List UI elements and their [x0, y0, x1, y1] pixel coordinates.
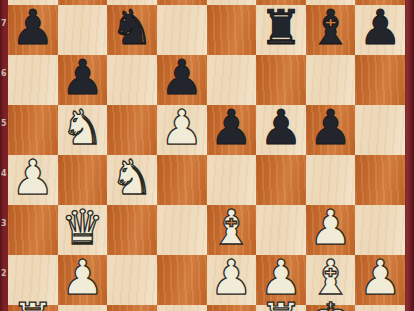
square-a4: ♟: [8, 155, 58, 205]
square-f1: ♜: [256, 305, 306, 311]
square-e6: [207, 55, 257, 105]
rank-label-7: 7: [1, 20, 8, 28]
square-e5: ♟: [207, 105, 257, 155]
black-pawn-d6: ♟: [160, 53, 203, 105]
square-f6: [256, 55, 306, 105]
rank-label-6: 6: [1, 70, 8, 78]
square-b1: [58, 305, 108, 311]
square-c1: [107, 305, 157, 311]
white-pawn-b2: ♟: [61, 253, 104, 305]
square-b4: [58, 155, 108, 205]
white-bishop-e3: ♝: [210, 203, 253, 255]
square-h5: [355, 105, 405, 155]
square-h7: ♟: [355, 5, 405, 55]
square-g1: ♚: [306, 305, 356, 311]
square-e3: ♝: [207, 205, 257, 255]
square-b3: ♛: [58, 205, 108, 255]
square-b2: ♟: [58, 255, 108, 305]
white-pawn-d5: ♟: [160, 103, 203, 155]
rank-label-3: 3: [1, 220, 8, 228]
square-h1: [355, 305, 405, 311]
white-knight-c4: ♞: [111, 153, 154, 205]
white-queen-b3: ♛: [61, 203, 104, 255]
rank-label-2: 2: [1, 270, 8, 278]
white-rook-a1: ♜: [11, 296, 54, 311]
square-h2: ♟: [355, 255, 405, 305]
square-a1: ♜: [8, 305, 58, 311]
black-pawn-e5: ♟: [210, 103, 253, 155]
square-f7: ♜: [256, 5, 306, 55]
square-d2: [157, 255, 207, 305]
white-pawn-e2: ♟: [210, 253, 253, 305]
square-h6: [355, 55, 405, 105]
black-pawn-h7: ♟: [359, 3, 402, 55]
black-pawn-a7: ♟: [11, 3, 54, 55]
black-pawn-b6: ♟: [61, 53, 104, 105]
black-pawn-g5: ♟: [309, 103, 352, 155]
chess-board: ♜♝♛♞♚♟♞♜♝♟♟♟♞♟♟♟♟♟♞♛♝♟♟♟♟♝♟♜♜♚: [8, 0, 405, 311]
square-a7: ♟: [8, 5, 58, 55]
white-rook-f1: ♜: [259, 296, 302, 311]
square-c3: [107, 205, 157, 255]
white-pawn-a4: ♟: [11, 153, 54, 205]
chess-board-diagram: 7 6 5 4 3 2 ♜♝♛♞♚♟♞♜♝♟♟♟♞♟♟♟♟♟♞♛♝♟♟♟♟♝♟♜…: [0, 0, 414, 311]
square-b7: [58, 5, 108, 55]
square-e1: [207, 305, 257, 311]
square-b5: ♞: [58, 105, 108, 155]
square-g6: [306, 55, 356, 105]
rank-label-4: 4: [1, 170, 8, 178]
square-h4: [355, 155, 405, 205]
square-g7: ♝: [306, 5, 356, 55]
black-rook-f7: ♜: [259, 3, 302, 55]
square-g3: ♟: [306, 205, 356, 255]
square-f3: [256, 205, 306, 255]
white-pawn-g3: ♟: [309, 203, 352, 255]
white-king-g1: ♚: [309, 296, 352, 311]
square-d3: [157, 205, 207, 255]
black-bishop-g7: ♝: [309, 3, 352, 55]
square-c2: [107, 255, 157, 305]
square-e2: ♟: [207, 255, 257, 305]
square-c6: [107, 55, 157, 105]
square-c7: ♞: [107, 5, 157, 55]
square-f4: [256, 155, 306, 205]
square-d7: [157, 5, 207, 55]
square-b6: ♟: [58, 55, 108, 105]
square-d5: ♟: [157, 105, 207, 155]
square-a6: [8, 55, 58, 105]
rank-label-5: 5: [1, 120, 8, 128]
square-a5: [8, 105, 58, 155]
square-e7: [207, 5, 257, 55]
square-e4: [207, 155, 257, 205]
white-pawn-h2: ♟: [359, 253, 402, 305]
square-g4: [306, 155, 356, 205]
square-a3: [8, 205, 58, 255]
square-d6: ♟: [157, 55, 207, 105]
square-h3: [355, 205, 405, 255]
square-g5: ♟: [306, 105, 356, 155]
black-pawn-f5: ♟: [259, 103, 302, 155]
square-c4: ♞: [107, 155, 157, 205]
square-f5: ♟: [256, 105, 306, 155]
square-d1: [157, 305, 207, 311]
white-knight-b5: ♞: [61, 103, 104, 155]
black-knight-c7: ♞: [111, 3, 154, 55]
square-c5: [107, 105, 157, 155]
square-d4: [157, 155, 207, 205]
